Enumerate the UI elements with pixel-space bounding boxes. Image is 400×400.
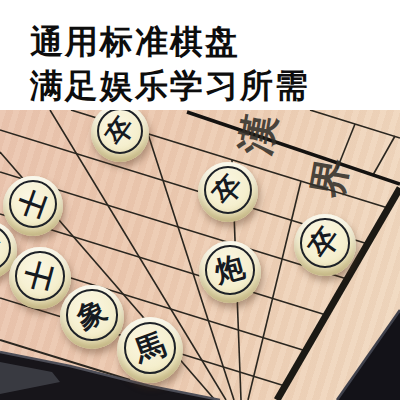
xiangqi-piece-soldier-3[interactable]: 卒 <box>294 214 356 276</box>
headline-line1: 通用标准棋盘 <box>30 20 240 64</box>
xiangqi-board-photo: 漢界 卒卒卒士卒士象馬炮 <box>0 110 400 400</box>
xiangqi-piece-cannon-1[interactable]: 炮 <box>199 241 261 303</box>
xiangqi-piece-horse-1[interactable]: 馬 <box>117 317 183 383</box>
board-rim-right <box>337 310 400 400</box>
product-screenshot: 通用标准棋盘 满足娱乐学习所需 <box>0 0 400 400</box>
xiangqi-piece-advisor-1[interactable]: 士 <box>3 176 63 236</box>
xiangqi-piece-soldier-2[interactable]: 卒 <box>198 162 258 222</box>
headline-line2: 满足娱乐学习所需 <box>30 64 310 108</box>
